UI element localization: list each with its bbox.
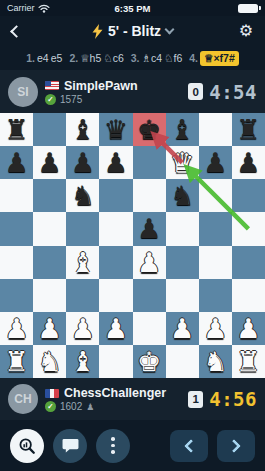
square-d3[interactable] [99, 279, 132, 312]
status-time: 6:35 PM [0, 3, 265, 14]
square-f4[interactable] [166, 246, 199, 279]
square-e8[interactable]: ♚ [133, 113, 166, 146]
flag-fr-icon [45, 389, 59, 398]
square-g7[interactable]: ♟ [199, 146, 232, 179]
back-button[interactable] [12, 22, 21, 40]
chevron-left-icon [184, 438, 198, 452]
piece-black-pawn: ♟ [236, 146, 260, 179]
chevron-left-icon [10, 25, 23, 38]
player-bar-bottom[interactable]: CH ChessChallenger ✓ 1602 ♟ 1 4:56 [0, 378, 265, 420]
clock-top: 4:54 [209, 81, 257, 103]
square-b5[interactable] [33, 212, 66, 245]
app: 6:35 PM Carrier 5' - Blitz ⚙ 1.e4e52.♕h5… [0, 0, 265, 471]
player-bar-top[interactable]: SI SimplePawn ✓ 1575 0 4:54 [0, 70, 265, 113]
square-a3[interactable] [0, 279, 33, 312]
move-number: 4. [189, 52, 198, 64]
move[interactable]: e4 [37, 52, 49, 64]
square-h1[interactable]: ♜ [232, 345, 265, 378]
square-e2[interactable] [133, 312, 166, 345]
square-a7[interactable]: ♟ [0, 146, 33, 179]
piece-white-knight: ♞ [203, 345, 227, 378]
piece-white-rook: ♜ [236, 345, 260, 378]
bottom-toolbar [0, 420, 265, 471]
square-g4[interactable] [199, 246, 232, 279]
player-rating-bottom: 1602 [60, 401, 82, 412]
square-d5[interactable] [99, 212, 132, 245]
square-d7[interactable]: ♟ [99, 146, 132, 179]
square-c2[interactable]: ♟ [66, 312, 99, 345]
piece-white-pawn: ♟ [104, 312, 128, 345]
player-rating-top: 1575 [60, 94, 82, 105]
move[interactable]: ♗c4 [142, 52, 163, 64]
square-b8[interactable] [33, 113, 66, 146]
result-badge-top: 0 [188, 83, 203, 100]
piece-white-king: ♚ [137, 345, 161, 378]
piece-white-bishop: ♝ [71, 246, 95, 279]
piece-black-king: ♚ [137, 113, 161, 146]
square-c8[interactable]: ♝ [66, 113, 99, 146]
piece-black-bishop: ♝ [170, 113, 194, 146]
piece-black-rook: ♜ [236, 113, 260, 146]
piece-white-bishop: ♝ [71, 345, 95, 378]
move[interactable]: ♘c6 [103, 52, 124, 64]
chat-button[interactable] [53, 429, 87, 463]
avatar[interactable]: SI [8, 77, 38, 107]
square-b6[interactable] [33, 179, 66, 212]
square-d2[interactable]: ♟ [99, 312, 132, 345]
square-g8[interactable] [199, 113, 232, 146]
square-h2[interactable]: ♟ [232, 312, 265, 345]
piece-black-queen: ♛ [104, 113, 128, 146]
square-g2[interactable]: ♟ [199, 312, 232, 345]
avatar[interactable]: CH [8, 384, 38, 414]
chevron-right-icon [227, 438, 241, 452]
square-f1[interactable] [166, 345, 199, 378]
player-info-top: SimplePawn ✓ 1575 [45, 79, 181, 105]
square-e1[interactable]: ♚ [133, 345, 166, 378]
move-number: 1. [26, 52, 35, 64]
piece-white-knight: ♞ [38, 345, 62, 378]
chess-board: ♜♝♛♚♝♜♟♟♟♟♛♟♟♞♞♟♝♟♟♟♟♟♟♟♟♜♞♝♚♞♜ [0, 113, 265, 378]
square-e5[interactable]: ♟ [133, 212, 166, 245]
chevron-down-icon [165, 24, 175, 34]
game-mode-dropdown[interactable]: 5' - Blitz [0, 23, 265, 39]
piece-black-knight: ♞ [170, 179, 194, 212]
player-info-bottom: ChessChallenger ✓ 1602 ♟ [45, 386, 181, 412]
move[interactable]: e5 [51, 52, 63, 64]
flag-us-icon [45, 81, 59, 90]
piece-white-pawn: ♟ [137, 246, 161, 279]
page-title: 5' - Blitz [108, 23, 161, 39]
square-h4[interactable] [232, 246, 265, 279]
menu-button[interactable] [96, 429, 130, 463]
square-c3[interactable] [66, 279, 99, 312]
battery-icon [238, 4, 258, 13]
settings-button[interactable]: ⚙ [239, 23, 253, 39]
square-a6[interactable] [0, 179, 33, 212]
square-f2[interactable]: ♟ [166, 312, 199, 345]
square-g5[interactable] [199, 212, 232, 245]
square-b7[interactable]: ♟ [33, 146, 66, 179]
square-d1[interactable] [99, 345, 132, 378]
verified-badge-icon: ✓ [45, 401, 56, 412]
piece-white-queen: ♛ [170, 146, 194, 179]
piece-black-pawn: ♟ [4, 146, 28, 179]
square-e4[interactable]: ♟ [133, 246, 166, 279]
square-h7[interactable]: ♟ [232, 146, 265, 179]
header: 5' - Blitz ⚙ [0, 16, 265, 46]
piece-black-pawn: ♟ [203, 146, 227, 179]
move-forward-button[interactable] [217, 430, 255, 462]
square-e6[interactable] [133, 179, 166, 212]
square-a5[interactable] [0, 212, 33, 245]
player-name-top: SimplePawn [64, 79, 138, 93]
player-name-bottom: ChessChallenger [64, 386, 166, 400]
square-e3[interactable] [133, 279, 166, 312]
square-h8[interactable]: ♜ [232, 113, 265, 146]
move-list: 1.e4e52.♕h5♘c63.♗c4♘f64.♕×f7# [0, 46, 265, 70]
square-f5[interactable] [166, 212, 199, 245]
piece-white-pawn: ♟ [236, 312, 260, 345]
square-h5[interactable] [232, 212, 265, 245]
piece-white-pawn: ♟ [4, 312, 28, 345]
square-b4[interactable] [33, 246, 66, 279]
verified-badge-icon: ✓ [45, 94, 56, 105]
analysis-button[interactable] [10, 429, 44, 463]
square-h6[interactable] [232, 179, 265, 212]
square-c4[interactable]: ♝ [66, 246, 99, 279]
square-a8[interactable]: ♜ [0, 113, 33, 146]
piece-black-pawn: ♟ [137, 212, 161, 245]
square-d6[interactable] [99, 179, 132, 212]
square-d8[interactable]: ♛ [99, 113, 132, 146]
lightning-bolt-icon [92, 24, 103, 39]
square-d4[interactable] [99, 246, 132, 279]
piece-black-knight: ♞ [71, 179, 95, 212]
piece-black-pawn: ♟ [104, 146, 128, 179]
piece-black-pawn: ♟ [38, 146, 62, 179]
piece-white-pawn: ♟ [170, 312, 194, 345]
square-a4[interactable] [0, 246, 33, 279]
piece-white-pawn: ♟ [71, 312, 95, 345]
piece-white-pawn: ♟ [203, 312, 227, 345]
move[interactable]: ♕h5 [80, 52, 101, 64]
square-f8[interactable]: ♝ [166, 113, 199, 146]
square-g3[interactable] [199, 279, 232, 312]
square-e7[interactable] [133, 146, 166, 179]
square-b3[interactable] [33, 279, 66, 312]
clock-bottom: 4:56 [209, 388, 257, 410]
square-c5[interactable] [66, 212, 99, 245]
move-number: 3. [131, 52, 140, 64]
square-c7[interactable]: ♟ [66, 146, 99, 179]
status-bar: 6:35 PM Carrier [0, 0, 265, 16]
square-c1[interactable]: ♝ [66, 345, 99, 378]
square-f6[interactable]: ♞ [166, 179, 199, 212]
chat-bubble-icon [62, 438, 79, 453]
square-h3[interactable] [232, 279, 265, 312]
square-a2[interactable]: ♟ [0, 312, 33, 345]
move-back-button[interactable] [170, 430, 208, 462]
square-g1[interactable]: ♞ [199, 345, 232, 378]
piece-white-pawn: ♟ [38, 312, 62, 345]
piece-black-pawn: ♟ [71, 146, 95, 179]
piece-black-bishop: ♝ [71, 113, 95, 146]
piece-black-rook: ♜ [4, 113, 28, 146]
square-g6[interactable] [199, 179, 232, 212]
result-badge-bottom: 1 [188, 391, 203, 408]
vertical-dots-icon [111, 437, 115, 454]
pawn-mini-icon: ♟ [86, 402, 94, 412]
move[interactable]: ♘f6 [164, 52, 182, 64]
square-b2[interactable]: ♟ [33, 312, 66, 345]
square-c6[interactable]: ♞ [66, 179, 99, 212]
square-f3[interactable] [166, 279, 199, 312]
move-number: 2. [69, 52, 78, 64]
current-move[interactable]: ♕×f7# [200, 51, 239, 66]
square-b1[interactable]: ♞ [33, 345, 66, 378]
square-f7[interactable]: ♛ [166, 146, 199, 179]
piece-white-rook: ♜ [4, 345, 28, 378]
square-a1[interactable]: ♜ [0, 345, 33, 378]
analysis-magnifier-icon [18, 437, 36, 455]
